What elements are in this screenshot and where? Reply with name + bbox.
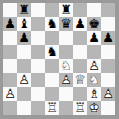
white-rook-d1: ♖: [45, 101, 59, 115]
white-pawn-fill: ♟: [101, 87, 115, 101]
square-c3[interactable]: [31, 73, 45, 87]
white-king-g1: ♔: [87, 101, 101, 115]
square-c6[interactable]: [31, 31, 45, 45]
square-a5[interactable]: [3, 45, 17, 59]
square-f3[interactable]: ♛♕: [73, 73, 87, 87]
square-h6[interactable]: ♟: [101, 31, 115, 45]
square-f1[interactable]: ♜♖: [73, 101, 87, 115]
black-pawn-g6: ♟: [87, 31, 101, 45]
square-c5[interactable]: [31, 45, 45, 59]
square-g2[interactable]: ♝♗: [87, 87, 101, 101]
white-pawn-fill: ♟: [17, 73, 31, 87]
square-g1[interactable]: ♚♔: [87, 101, 101, 115]
square-d6[interactable]: [45, 31, 59, 45]
square-g4[interactable]: ♟♙: [87, 59, 101, 73]
square-g8[interactable]: [87, 3, 101, 17]
square-b6[interactable]: ♟: [17, 31, 31, 45]
square-f4[interactable]: [73, 59, 87, 73]
chessboard: ♜♜♟♝♞♛♟♚♟♟♟♞♞♘♟♙♟♙♟♙♛♕♞♘♟♙♝♗♟♙♜♖♜♖♚♔: [3, 3, 116, 116]
square-c1[interactable]: [31, 101, 45, 115]
square-d2[interactable]: [45, 87, 59, 101]
white-pawn-h2: ♙: [101, 87, 115, 101]
white-bishop-g2: ♗: [87, 87, 101, 101]
square-a2[interactable]: ♟♙: [3, 87, 17, 101]
black-knight-d5: ♞: [45, 45, 59, 59]
square-c2[interactable]: [31, 87, 45, 101]
board-frame: ♜♜♟♝♞♛♟♚♟♟♟♞♞♘♟♙♟♙♟♙♛♕♞♘♟♙♝♗♟♙♜♖♜♖♚♔: [0, 0, 119, 119]
square-e2[interactable]: [59, 87, 73, 101]
square-h5[interactable]: [101, 45, 115, 59]
square-e4[interactable]: ♞♘: [59, 59, 73, 73]
white-pawn-a2: ♙: [3, 87, 17, 101]
square-h1[interactable]: [101, 101, 115, 115]
square-d4[interactable]: [45, 59, 59, 73]
square-e6[interactable]: [59, 31, 73, 45]
white-knight-fill: ♞: [59, 59, 73, 73]
black-rook-e8: ♜: [59, 3, 73, 17]
square-c7[interactable]: [31, 17, 45, 31]
square-f6[interactable]: [73, 31, 87, 45]
white-rook-fill: ♜: [73, 101, 87, 115]
white-queen-f3: ♕: [73, 73, 87, 87]
square-h2[interactable]: ♟♙: [101, 87, 115, 101]
square-e8[interactable]: ♜: [59, 3, 73, 17]
square-h7[interactable]: [101, 17, 115, 31]
square-f2[interactable]: [73, 87, 87, 101]
square-b3[interactable]: ♟♙: [17, 73, 31, 87]
square-g5[interactable]: [87, 45, 101, 59]
square-f8[interactable]: [73, 3, 87, 17]
white-knight-fill: ♞: [87, 73, 101, 87]
square-e3[interactable]: ♟♙: [59, 73, 73, 87]
square-e5[interactable]: [59, 45, 73, 59]
square-d5[interactable]: ♞: [45, 45, 59, 59]
white-queen-fill: ♛: [73, 73, 87, 87]
square-e7[interactable]: ♛: [59, 17, 73, 31]
white-rook-fill: ♜: [45, 101, 59, 115]
black-pawn-f7: ♟: [73, 17, 87, 31]
square-c8[interactable]: [31, 3, 45, 17]
square-a3[interactable]: [3, 73, 17, 87]
square-g6[interactable]: ♟: [87, 31, 101, 45]
square-b5[interactable]: [17, 45, 31, 59]
white-knight-e4: ♘: [59, 59, 73, 73]
white-pawn-e3: ♙: [59, 73, 73, 87]
black-king-g7: ♚: [87, 17, 101, 31]
square-g3[interactable]: ♞♘: [87, 73, 101, 87]
square-c4[interactable]: [31, 59, 45, 73]
square-b8[interactable]: ♜: [17, 3, 31, 17]
white-pawn-fill: ♟: [59, 73, 73, 87]
square-e1[interactable]: [59, 101, 73, 115]
black-queen-e7: ♛: [59, 17, 73, 31]
square-a8[interactable]: [3, 3, 17, 17]
black-pawn-a7: ♟: [3, 17, 17, 31]
white-king-fill: ♚: [87, 101, 101, 115]
white-pawn-fill: ♟: [87, 59, 101, 73]
square-b1[interactable]: [17, 101, 31, 115]
white-pawn-b3: ♙: [17, 73, 31, 87]
black-rook-b8: ♜: [17, 3, 31, 17]
square-a7[interactable]: ♟: [3, 17, 17, 31]
square-h4[interactable]: [101, 59, 115, 73]
square-b4[interactable]: [17, 59, 31, 73]
square-h3[interactable]: [101, 73, 115, 87]
square-g7[interactable]: ♚: [87, 17, 101, 31]
square-a6[interactable]: [3, 31, 17, 45]
square-b2[interactable]: [17, 87, 31, 101]
white-knight-g3: ♘: [87, 73, 101, 87]
black-pawn-b6: ♟: [17, 31, 31, 45]
square-f5[interactable]: [73, 45, 87, 59]
square-f7[interactable]: ♟: [73, 17, 87, 31]
white-rook-f1: ♖: [73, 101, 87, 115]
square-b7[interactable]: ♝: [17, 17, 31, 31]
square-d1[interactable]: ♜♖: [45, 101, 59, 115]
square-h8[interactable]: [101, 3, 115, 17]
black-knight-d7: ♞: [45, 17, 59, 31]
square-d7[interactable]: ♞: [45, 17, 59, 31]
white-pawn-g4: ♙: [87, 59, 101, 73]
white-pawn-fill: ♟: [3, 87, 17, 101]
square-d8[interactable]: [45, 3, 59, 17]
black-bishop-b7: ♝: [17, 17, 31, 31]
square-a1[interactable]: [3, 101, 17, 115]
white-bishop-fill: ♝: [87, 87, 101, 101]
square-d3[interactable]: [45, 73, 59, 87]
chess-diagram: ♜♜♟♝♞♛♟♚♟♟♟♞♞♘♟♙♟♙♟♙♛♕♞♘♟♙♝♗♟♙♜♖♜♖♚♔: [0, 0, 119, 119]
black-pawn-h6: ♟: [101, 31, 115, 45]
square-a4[interactable]: [3, 59, 17, 73]
